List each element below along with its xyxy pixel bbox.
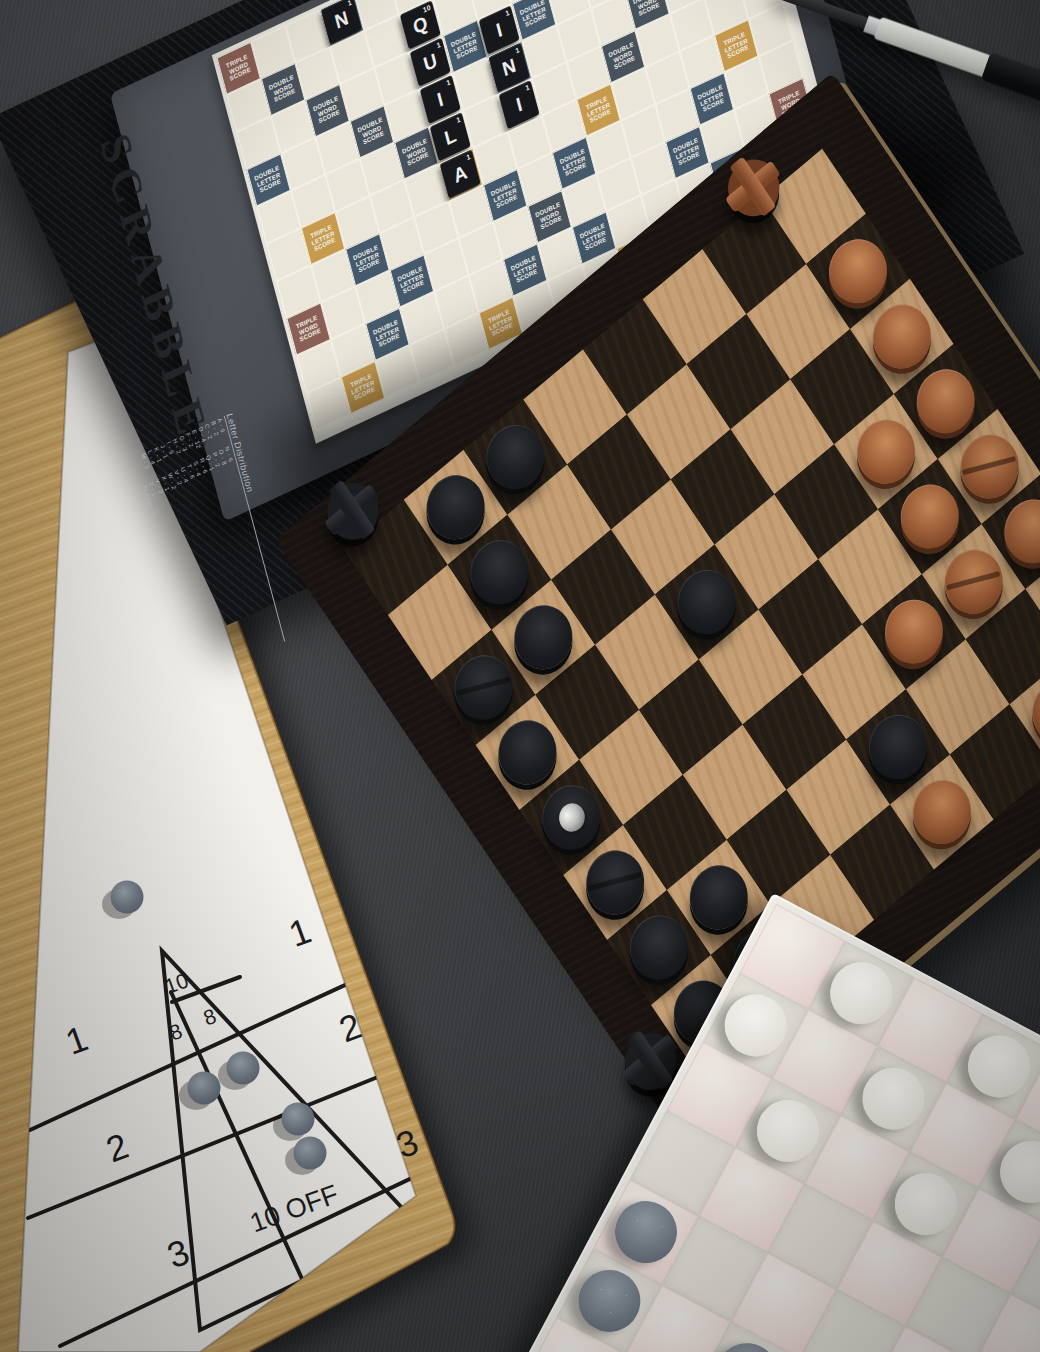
table-surface: 1 1 2 2 3 3 10 8 8 10 OFF SCRABBLE® Lett… (0, 0, 1040, 1352)
tile-value: 1 (466, 153, 471, 162)
tile-value: 1 (347, 0, 352, 7)
tile-letter: I (494, 18, 505, 42)
tile-letter: A (451, 160, 469, 187)
tile-letter: N (500, 54, 518, 81)
tile-letter: U (421, 48, 439, 75)
tile-value: 10 (422, 4, 431, 14)
tile-value: 1 (436, 41, 441, 50)
tile-value: 1 (456, 115, 461, 124)
tile-value: 1 (446, 78, 451, 87)
tile-letter: N (332, 6, 350, 33)
tile-letter: Q (411, 11, 430, 39)
tile-value: 1 (525, 83, 530, 92)
tile-value: 1 (515, 46, 520, 55)
tile-letter: I (514, 93, 525, 117)
tile-value: 1 (505, 9, 510, 18)
tile-letter: L (442, 123, 458, 149)
tile-letter: I (435, 88, 446, 112)
